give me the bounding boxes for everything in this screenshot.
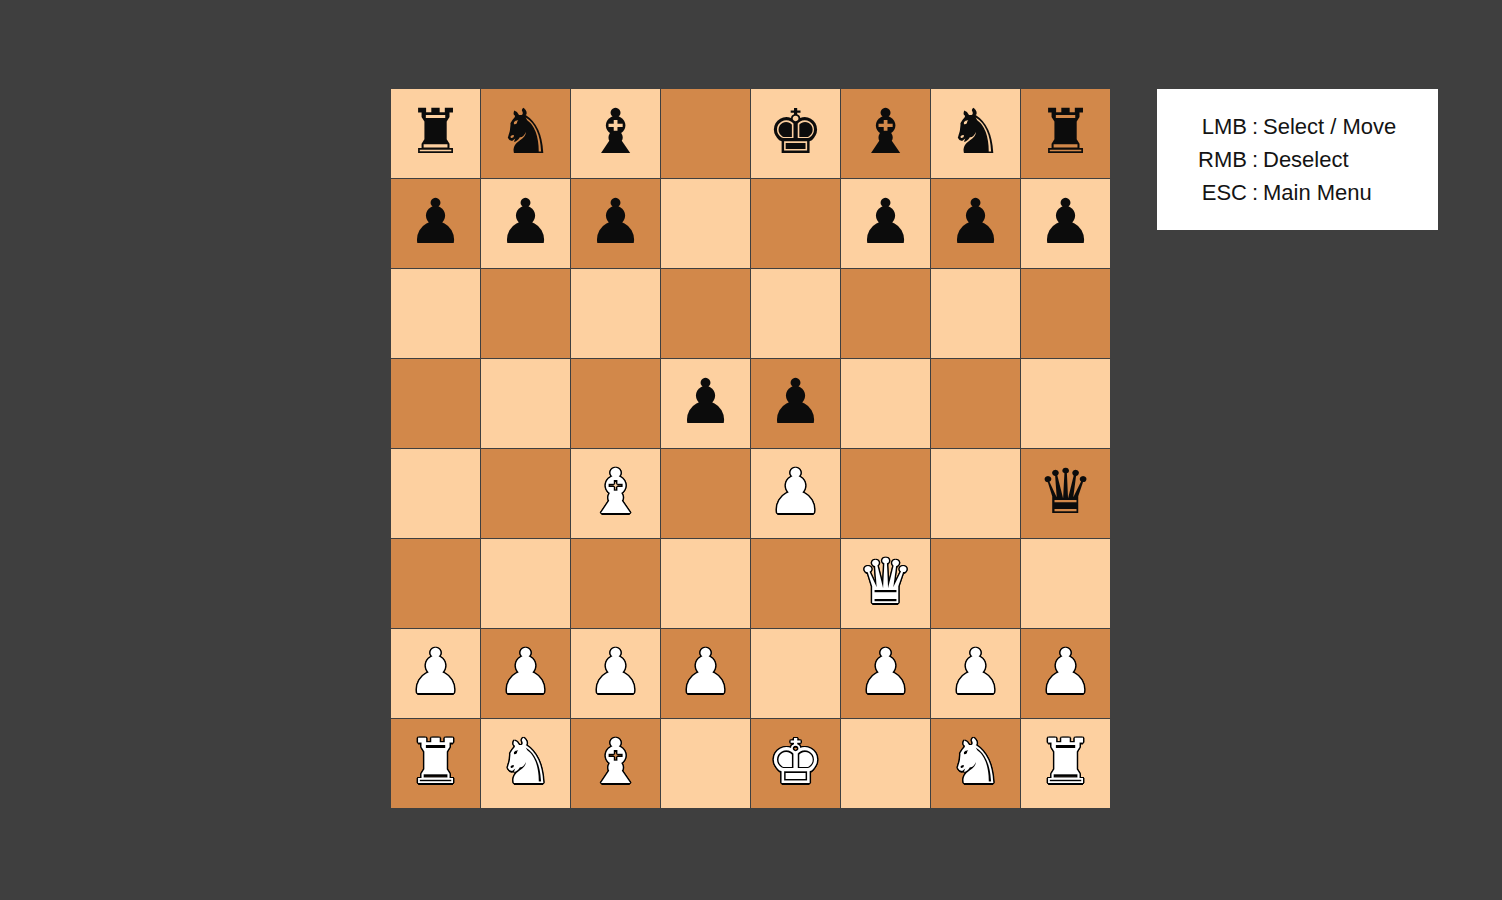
square-b4[interactable] — [481, 449, 570, 538]
square-d6[interactable] — [661, 269, 750, 358]
square-h7[interactable]: ♟ — [1021, 179, 1110, 268]
square-e7[interactable] — [751, 179, 840, 268]
white-pawn[interactable]: ♟ — [858, 641, 914, 703]
rmb-key-label: RMB — [1157, 147, 1247, 173]
square-f6[interactable] — [841, 269, 930, 358]
white-pawn[interactable]: ♟ — [948, 641, 1004, 703]
square-f2[interactable]: ♟ — [841, 629, 930, 718]
square-c4[interactable]: ♝ — [571, 449, 660, 538]
chess-board: ♜♞♝♚♝♞♜♟♟♟♟♟♟♟♟♝♟♛♛♟♟♟♟♟♟♟♜♞♝♚♞♜ — [391, 89, 1110, 808]
help-row-rmb: RMB : Deselect — [1157, 147, 1438, 173]
white-pawn[interactable]: ♟ — [588, 641, 644, 703]
lmb-key-label: LMB — [1157, 114, 1247, 140]
square-h2[interactable]: ♟ — [1021, 629, 1110, 718]
square-b3[interactable] — [481, 539, 570, 628]
esc-key-label: ESC — [1157, 180, 1247, 206]
square-e6[interactable] — [751, 269, 840, 358]
black-knight[interactable]: ♞ — [948, 101, 1004, 163]
square-d2[interactable]: ♟ — [661, 629, 750, 718]
separator: : — [1247, 180, 1263, 206]
square-d8[interactable] — [661, 89, 750, 178]
white-knight[interactable]: ♞ — [498, 731, 554, 793]
square-a8[interactable]: ♜ — [391, 89, 480, 178]
help-row-esc: ESC : Main Menu — [1157, 180, 1438, 206]
square-d5[interactable]: ♟ — [661, 359, 750, 448]
square-c7[interactable]: ♟ — [571, 179, 660, 268]
white-king[interactable]: ♚ — [768, 731, 824, 793]
square-a2[interactable]: ♟ — [391, 629, 480, 718]
white-pawn[interactable]: ♟ — [768, 461, 824, 523]
white-pawn[interactable]: ♟ — [498, 641, 554, 703]
white-pawn[interactable]: ♟ — [1038, 641, 1094, 703]
black-rook[interactable]: ♜ — [408, 101, 464, 163]
square-g8[interactable]: ♞ — [931, 89, 1020, 178]
square-e1[interactable]: ♚ — [751, 719, 840, 808]
square-c1[interactable]: ♝ — [571, 719, 660, 808]
square-c6[interactable] — [571, 269, 660, 358]
square-e2[interactable] — [751, 629, 840, 718]
square-g2[interactable]: ♟ — [931, 629, 1020, 718]
square-c5[interactable] — [571, 359, 660, 448]
separator: : — [1247, 147, 1263, 173]
square-b7[interactable]: ♟ — [481, 179, 570, 268]
square-d1[interactable] — [661, 719, 750, 808]
square-e8[interactable]: ♚ — [751, 89, 840, 178]
black-pawn[interactable]: ♟ — [1038, 191, 1094, 253]
black-pawn[interactable]: ♟ — [498, 191, 554, 253]
square-f1[interactable] — [841, 719, 930, 808]
black-rook[interactable]: ♜ — [1038, 101, 1094, 163]
square-d4[interactable] — [661, 449, 750, 538]
square-b1[interactable]: ♞ — [481, 719, 570, 808]
black-pawn[interactable]: ♟ — [408, 191, 464, 253]
square-g1[interactable]: ♞ — [931, 719, 1020, 808]
square-a7[interactable]: ♟ — [391, 179, 480, 268]
separator: : — [1247, 114, 1263, 140]
square-g6[interactable] — [931, 269, 1020, 358]
square-f7[interactable]: ♟ — [841, 179, 930, 268]
square-g3[interactable] — [931, 539, 1020, 628]
black-bishop[interactable]: ♝ — [858, 101, 914, 163]
black-bishop[interactable]: ♝ — [588, 101, 644, 163]
square-a4[interactable] — [391, 449, 480, 538]
square-f3[interactable]: ♛ — [841, 539, 930, 628]
square-e4[interactable]: ♟ — [751, 449, 840, 538]
white-knight[interactable]: ♞ — [948, 731, 1004, 793]
square-b6[interactable] — [481, 269, 570, 358]
square-h5[interactable] — [1021, 359, 1110, 448]
square-e5[interactable]: ♟ — [751, 359, 840, 448]
square-c2[interactable]: ♟ — [571, 629, 660, 718]
square-a5[interactable] — [391, 359, 480, 448]
black-king[interactable]: ♚ — [768, 101, 824, 163]
rmb-action-label: Deselect — [1263, 147, 1438, 173]
black-knight[interactable]: ♞ — [498, 101, 554, 163]
black-queen[interactable]: ♛ — [1038, 461, 1094, 523]
white-queen[interactable]: ♛ — [858, 551, 914, 613]
white-pawn[interactable]: ♟ — [408, 641, 464, 703]
black-pawn[interactable]: ♟ — [858, 191, 914, 253]
square-f8[interactable]: ♝ — [841, 89, 930, 178]
white-rook[interactable]: ♜ — [408, 731, 464, 793]
help-row-lmb: LMB : Select / Move — [1157, 114, 1438, 140]
square-h6[interactable] — [1021, 269, 1110, 358]
square-c3[interactable] — [571, 539, 660, 628]
esc-action-label: Main Menu — [1263, 180, 1438, 206]
square-a1[interactable]: ♜ — [391, 719, 480, 808]
white-rook[interactable]: ♜ — [1038, 731, 1094, 793]
black-pawn[interactable]: ♟ — [588, 191, 644, 253]
black-pawn[interactable]: ♟ — [678, 371, 734, 433]
square-e3[interactable] — [751, 539, 840, 628]
square-b2[interactable]: ♟ — [481, 629, 570, 718]
square-h4[interactable]: ♛ — [1021, 449, 1110, 538]
square-a3[interactable] — [391, 539, 480, 628]
square-c8[interactable]: ♝ — [571, 89, 660, 178]
square-h3[interactable] — [1021, 539, 1110, 628]
square-f5[interactable] — [841, 359, 930, 448]
black-pawn[interactable]: ♟ — [768, 371, 824, 433]
white-bishop[interactable]: ♝ — [588, 461, 644, 523]
square-g5[interactable] — [931, 359, 1020, 448]
square-g7[interactable]: ♟ — [931, 179, 1020, 268]
help-panel: LMB : Select / Move RMB : Deselect ESC :… — [1157, 89, 1438, 230]
square-h8[interactable]: ♜ — [1021, 89, 1110, 178]
square-d7[interactable] — [661, 179, 750, 268]
lmb-action-label: Select / Move — [1263, 114, 1438, 140]
square-g4[interactable] — [931, 449, 1020, 538]
black-pawn[interactable]: ♟ — [948, 191, 1004, 253]
white-pawn[interactable]: ♟ — [678, 641, 734, 703]
square-f4[interactable] — [841, 449, 930, 538]
white-bishop[interactable]: ♝ — [588, 731, 644, 793]
square-b8[interactable]: ♞ — [481, 89, 570, 178]
square-b5[interactable] — [481, 359, 570, 448]
square-a6[interactable] — [391, 269, 480, 358]
square-h1[interactable]: ♜ — [1021, 719, 1110, 808]
square-d3[interactable] — [661, 539, 750, 628]
